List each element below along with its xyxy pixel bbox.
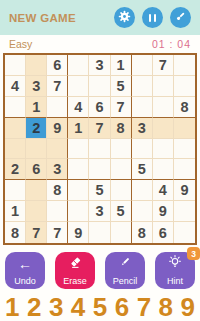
cell-r7c4[interactable] [68,180,89,201]
timer: 01 : 04 [152,38,191,50]
cell-r1c8[interactable]: 7 [153,55,174,76]
undo-arrow-icon: ← [18,257,32,271]
cell-r1c2[interactable] [26,55,47,76]
cell-r2c8[interactable] [153,76,174,97]
sudoku-board: 6317437514678291783263585491359877986 [3,53,197,245]
cell-r7c7[interactable] [132,180,153,201]
cell-r6c9[interactable] [174,159,195,180]
cell-r9c8[interactable]: 6 [153,222,174,243]
cell-r5c5[interactable] [89,139,110,160]
cell-r5c2[interactable] [26,139,47,160]
cell-r8c5[interactable]: 3 [89,201,110,222]
cell-r5c6[interactable] [111,139,132,160]
cell-r7c5[interactable]: 5 [89,180,110,201]
cell-r1c1[interactable] [5,55,26,76]
numpad-3[interactable]: 3 [49,294,63,320]
theme-button[interactable] [170,7,191,28]
hint-label: Hint [167,276,183,286]
cell-r3c4[interactable]: 4 [68,97,89,118]
cell-r2c3[interactable]: 7 [47,76,68,97]
cell-r6c1[interactable]: 2 [5,159,26,180]
cell-r4c5[interactable]: 7 [89,118,110,139]
cell-r3c5[interactable]: 6 [89,97,110,118]
cell-r8c3[interactable] [47,201,68,222]
cell-r8c2[interactable] [26,201,47,222]
pause-icon [149,14,157,22]
cell-r6c7[interactable]: 5 [132,159,153,180]
lightbulb-icon [167,254,183,274]
cell-r5c4[interactable] [68,139,89,160]
cell-r8c9[interactable] [174,201,195,222]
gear-icon [118,9,131,27]
cell-r6c3[interactable]: 3 [47,159,68,180]
cell-r6c6[interactable] [111,159,132,180]
cell-r5c1[interactable] [5,139,26,160]
cell-r7c1[interactable] [5,180,26,201]
cell-r2c2[interactable]: 3 [26,76,47,97]
cell-r2c7[interactable] [132,76,153,97]
erase-button[interactable]: Erase [55,252,95,289]
numpad-2[interactable]: 2 [27,294,41,320]
cell-r8c7[interactable] [132,201,153,222]
cell-r6c2[interactable]: 6 [26,159,47,180]
numpad-5[interactable]: 5 [93,294,107,320]
cell-r3c3[interactable] [47,97,68,118]
cell-r3c7[interactable] [132,97,153,118]
pencil-icon [118,255,132,273]
numpad-7[interactable]: 7 [137,294,151,320]
cell-r9c6[interactable] [111,222,132,243]
cell-r9c4[interactable]: 9 [68,222,89,243]
cell-r6c5[interactable] [89,159,110,180]
cell-r9c3[interactable]: 7 [47,222,68,243]
cell-r1c4[interactable] [68,55,89,76]
erase-label: Erase [63,276,87,286]
numpad-1[interactable]: 1 [5,294,19,320]
numpad-6[interactable]: 6 [115,294,129,320]
cell-r3c2[interactable]: 1 [26,97,47,118]
cell-r9c2[interactable]: 7 [26,222,47,243]
cell-r4c6[interactable]: 8 [111,118,132,139]
cell-r8c4[interactable] [68,201,89,222]
cell-r4c4[interactable]: 1 [68,118,89,139]
cell-r2c1[interactable]: 4 [5,76,26,97]
cell-r5c8[interactable] [153,139,174,160]
numpad-8[interactable]: 8 [159,294,173,320]
cell-r5c7[interactable] [132,139,153,160]
cell-r6c4[interactable] [68,159,89,180]
header: NEW GAME [0,0,200,35]
cell-r9c9[interactable] [174,222,195,243]
cell-r1c9[interactable] [174,55,195,76]
cell-r4c9[interactable] [174,118,195,139]
cell-r8c6[interactable]: 5 [111,201,132,222]
cell-r4c8[interactable] [153,118,174,139]
cell-r9c1[interactable]: 8 [5,222,26,243]
cell-r9c5[interactable] [89,222,110,243]
cell-r4c3[interactable]: 9 [47,118,68,139]
cell-r4c7[interactable]: 3 [132,118,153,139]
eraser-icon [68,255,83,274]
cell-r3c8[interactable] [153,97,174,118]
settings-button[interactable] [114,7,135,28]
pencil-label: Pencil [113,276,138,286]
cell-r3c1[interactable] [5,97,26,118]
hint-button[interactable]: 3 Hint [155,252,195,289]
cell-r7c6[interactable] [111,180,132,201]
cell-r3c9[interactable]: 8 [174,97,195,118]
toolbar: ← Undo Erase [0,252,200,289]
cell-r9c7[interactable]: 8 [132,222,153,243]
cell-r7c3[interactable]: 8 [47,180,68,201]
hint-badge: 3 [187,247,200,260]
undo-label: Undo [14,276,36,286]
undo-button[interactable]: ← Undo [5,252,45,289]
cell-r3c6[interactable]: 7 [111,97,132,118]
difficulty-label: Easy [9,38,32,50]
cell-r2c9[interactable] [174,76,195,97]
cell-r1c6[interactable]: 1 [111,55,132,76]
page-title: NEW GAME [9,12,107,24]
cell-r2c5[interactable] [89,76,110,97]
cell-r2c4[interactable] [68,76,89,97]
cell-r5c9[interactable] [174,139,195,160]
cell-r7c9[interactable]: 9 [174,180,195,201]
pause-button[interactable] [142,7,163,28]
cell-r6c8[interactable] [153,159,174,180]
status-bar: Easy 01 : 04 [0,35,200,53]
cell-r5c3[interactable] [47,139,68,160]
cell-r7c2[interactable] [26,180,47,201]
number-pad: 123456789 [0,294,200,320]
cell-r4c1[interactable] [5,118,26,139]
numpad-9[interactable]: 9 [181,294,195,320]
numpad-4[interactable]: 4 [71,294,85,320]
cell-r8c1[interactable]: 1 [5,201,26,222]
cell-r2c6[interactable]: 5 [111,76,132,97]
cell-r4c2[interactable]: 2 [26,118,47,139]
cell-r8c8[interactable]: 9 [153,201,174,222]
cell-r1c3[interactable]: 6 [47,55,68,76]
pencil-button[interactable]: Pencil [105,252,145,289]
cell-r1c7[interactable] [132,55,153,76]
cell-r1c5[interactable]: 3 [89,55,110,76]
brush-icon [174,9,187,27]
cell-r7c8[interactable]: 4 [153,180,174,201]
